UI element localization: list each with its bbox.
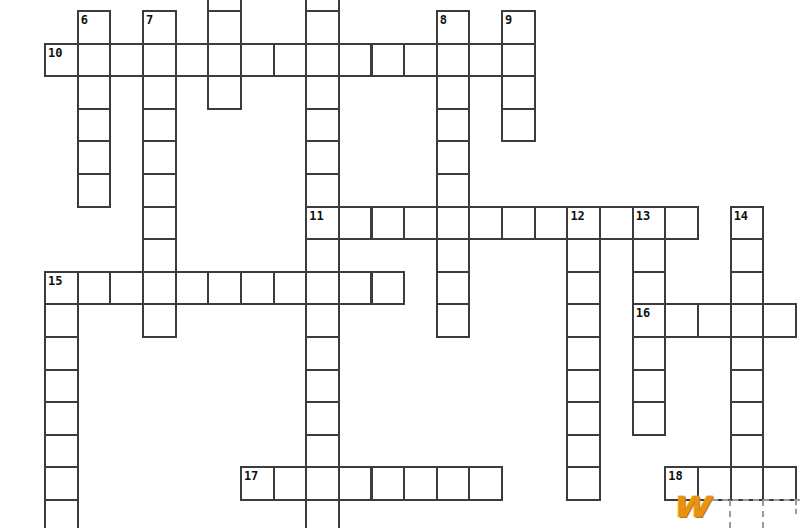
grid-cell[interactable]	[371, 271, 406, 306]
wordmint-logo-w-icon: W	[672, 492, 716, 524]
grid-cell[interactable]	[77, 10, 112, 45]
grid-cell[interactable]	[501, 10, 536, 45]
grid-cell[interactable]	[436, 238, 471, 273]
grid-cell[interactable]	[305, 140, 340, 175]
grid-cell[interactable]	[436, 43, 471, 78]
grid-cell[interactable]	[142, 140, 177, 175]
grid-cell[interactable]	[338, 466, 373, 501]
grid-cell[interactable]	[632, 206, 667, 241]
grid-cell[interactable]	[403, 466, 438, 501]
grid-cell[interactable]	[240, 43, 275, 78]
crossword-board: W 6789101112131415161718	[0, 0, 800, 528]
grid-cell[interactable]	[436, 140, 471, 175]
grid-cell[interactable]	[632, 238, 667, 273]
grid-cell[interactable]	[142, 75, 177, 110]
grid-cell[interactable]	[305, 10, 340, 45]
grid-cell[interactable]	[468, 466, 503, 501]
grid-cell[interactable]	[566, 401, 601, 436]
grid-cell[interactable]	[730, 336, 765, 371]
grid-cell[interactable]	[436, 173, 471, 208]
grid-cell[interactable]	[77, 173, 112, 208]
grid-cell[interactable]	[338, 206, 373, 241]
grid-cell[interactable]	[305, 108, 340, 143]
grid-cell[interactable]	[142, 173, 177, 208]
grid-cell[interactable]	[762, 303, 797, 338]
grid-cell[interactable]	[338, 43, 373, 78]
grid-cell[interactable]	[371, 43, 406, 78]
grid-cell[interactable]	[273, 271, 308, 306]
grid-cell[interactable]	[664, 206, 699, 241]
grid-cell[interactable]	[730, 434, 765, 469]
grid-cell[interactable]	[730, 206, 765, 241]
grid-cell[interactable]	[436, 75, 471, 110]
grid-cell[interactable]	[436, 303, 471, 338]
grid-cell[interactable]	[77, 108, 112, 143]
grid-cell[interactable]	[305, 434, 340, 469]
grid-cell[interactable]	[501, 75, 536, 110]
grid-cell[interactable]	[207, 0, 242, 12]
grid-cell[interactable]	[566, 206, 601, 241]
grid-cell[interactable]	[77, 271, 112, 306]
grid-cell[interactable]	[566, 303, 601, 338]
grid-cell[interactable]	[730, 303, 765, 338]
grid-cell[interactable]	[371, 466, 406, 501]
grid-cell[interactable]	[305, 0, 340, 12]
grid-cell[interactable]	[240, 271, 275, 306]
grid-cell[interactable]	[632, 401, 667, 436]
grid-cell[interactable]	[109, 271, 144, 306]
grid-cell[interactable]	[436, 206, 471, 241]
faded-grid-line	[712, 499, 800, 501]
grid-cell[interactable]	[730, 238, 765, 273]
grid-cell[interactable]	[305, 369, 340, 404]
grid-cell[interactable]	[436, 466, 471, 501]
grid-cell[interactable]	[207, 10, 242, 45]
grid-cell[interactable]	[566, 369, 601, 404]
grid-cell[interactable]	[44, 499, 79, 528]
grid-cell[interactable]	[371, 206, 406, 241]
grid-cell[interactable]	[305, 173, 340, 208]
grid-cell[interactable]	[305, 206, 340, 241]
faded-grid-line	[729, 500, 731, 528]
grid-cell[interactable]	[566, 434, 601, 469]
grid-cell[interactable]	[207, 271, 242, 306]
grid-cell[interactable]	[403, 206, 438, 241]
grid-cell[interactable]	[142, 303, 177, 338]
grid-cell[interactable]	[534, 206, 569, 241]
grid-cell[interactable]	[566, 238, 601, 273]
grid-cell[interactable]	[632, 336, 667, 371]
faded-grid-line	[795, 500, 797, 514]
grid-cell[interactable]	[44, 401, 79, 436]
grid-cell[interactable]	[436, 271, 471, 306]
grid-cell[interactable]	[44, 466, 79, 501]
grid-cell[interactable]	[142, 206, 177, 241]
grid-cell[interactable]	[697, 303, 732, 338]
grid-cell[interactable]	[240, 466, 275, 501]
grid-cell[interactable]	[730, 401, 765, 436]
grid-cell[interactable]	[142, 271, 177, 306]
grid-cell[interactable]	[664, 303, 699, 338]
grid-cell[interactable]	[175, 43, 210, 78]
grid-cell[interactable]	[762, 466, 797, 501]
grid-cell[interactable]	[305, 43, 340, 78]
grid-cell[interactable]	[501, 43, 536, 78]
grid-cell[interactable]	[730, 369, 765, 404]
grid-cell[interactable]	[305, 303, 340, 338]
grid-cell[interactable]	[305, 75, 340, 110]
grid-cell[interactable]	[501, 108, 536, 143]
grid-cell[interactable]	[436, 10, 471, 45]
grid-cell[interactable]	[305, 238, 340, 273]
grid-cell[interactable]	[566, 466, 601, 501]
grid-cell[interactable]	[175, 271, 210, 306]
grid-cell[interactable]	[142, 43, 177, 78]
grid-cell[interactable]	[632, 369, 667, 404]
grid-cell[interactable]	[468, 43, 503, 78]
grid-cell[interactable]	[501, 206, 536, 241]
grid-cell[interactable]	[207, 43, 242, 78]
grid-cell[interactable]	[305, 401, 340, 436]
grid-cell[interactable]	[273, 466, 308, 501]
grid-cell[interactable]	[566, 271, 601, 306]
grid-cell[interactable]	[44, 271, 79, 306]
grid-cell[interactable]	[207, 75, 242, 110]
grid-cell[interactable]	[566, 336, 601, 371]
grid-cell[interactable]	[44, 336, 79, 371]
grid-cell[interactable]	[44, 369, 79, 404]
grid-cell[interactable]	[436, 108, 471, 143]
grid-cell[interactable]	[44, 434, 79, 469]
grid-cell[interactable]	[632, 303, 667, 338]
faded-grid-line	[762, 500, 764, 528]
grid-cell[interactable]	[632, 271, 667, 306]
grid-cell[interactable]	[305, 336, 340, 371]
grid-cell[interactable]	[142, 10, 177, 45]
grid-cell[interactable]	[730, 271, 765, 306]
grid-cell[interactable]	[273, 43, 308, 78]
grid-cell[interactable]	[77, 43, 112, 78]
grid-cell[interactable]	[44, 303, 79, 338]
grid-cell[interactable]	[305, 466, 340, 501]
grid-cell[interactable]	[305, 499, 340, 528]
grid-cell[interactable]	[403, 43, 438, 78]
grid-cell[interactable]	[305, 271, 340, 306]
grid-cell[interactable]	[599, 206, 634, 241]
grid-cell[interactable]	[468, 206, 503, 241]
grid-cell[interactable]	[109, 43, 144, 78]
grid-cell[interactable]	[77, 75, 112, 110]
grid-cell[interactable]	[44, 43, 79, 78]
grid-cell[interactable]	[338, 271, 373, 306]
grid-cell[interactable]	[77, 140, 112, 175]
grid-cell[interactable]	[142, 238, 177, 273]
grid-cell[interactable]	[730, 466, 765, 501]
grid-cell[interactable]	[142, 108, 177, 143]
